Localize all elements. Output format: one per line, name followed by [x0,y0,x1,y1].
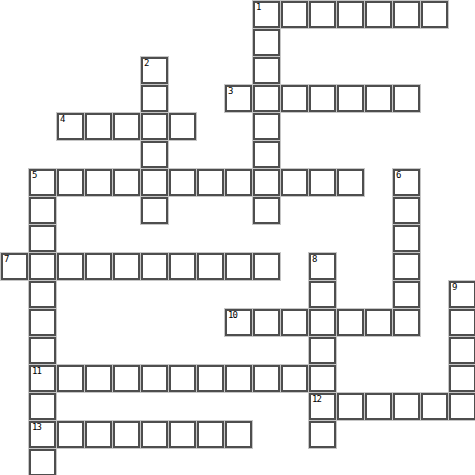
crossword-cell[interactable] [141,141,168,168]
clue-number: 8 [312,254,316,265]
crossword-cell[interactable] [365,309,392,336]
clue-number: 6 [396,170,400,181]
crossword-cell[interactable] [141,169,168,196]
crossword-cell[interactable] [169,253,196,280]
crossword-cell[interactable]: 2 [141,57,168,84]
clue-number: 1 [256,2,260,13]
crossword-cell[interactable] [253,197,280,224]
clue-number: 3 [228,86,232,97]
crossword-cell[interactable] [393,197,420,224]
crossword-cell[interactable] [421,393,448,420]
crossword-cell[interactable] [309,337,336,364]
crossword-cell[interactable] [309,309,336,336]
crossword-cell[interactable] [57,365,84,392]
crossword-cell[interactable] [225,169,252,196]
crossword-cell[interactable]: 13 [29,421,56,448]
crossword-cell[interactable] [337,309,364,336]
crossword-cell[interactable] [309,281,336,308]
crossword-cell[interactable] [141,365,168,392]
crossword-cell[interactable] [29,281,56,308]
crossword-cell[interactable] [141,253,168,280]
clue-number: 2 [144,58,148,69]
crossword-cell[interactable] [281,365,308,392]
crossword-cell[interactable] [253,309,280,336]
crossword-cell[interactable] [85,113,112,140]
crossword-cell[interactable] [365,1,392,28]
crossword-cell[interactable] [281,169,308,196]
crossword-cell[interactable] [281,85,308,112]
crossword-cell[interactable] [141,197,168,224]
crossword-cell[interactable] [169,421,196,448]
crossword-cell[interactable] [393,225,420,252]
crossword-cell[interactable] [309,169,336,196]
crossword-cell[interactable] [197,421,224,448]
crossword-cell[interactable] [393,281,420,308]
crossword-cell[interactable] [113,253,140,280]
crossword-cell[interactable]: 5 [29,169,56,196]
crossword-cell[interactable] [85,421,112,448]
crossword-cell[interactable]: 10 [225,309,252,336]
crossword-cell[interactable] [113,365,140,392]
crossword-cell[interactable] [309,85,336,112]
crossword-cell[interactable] [225,365,252,392]
crossword-cell[interactable] [29,309,56,336]
crossword-cell[interactable] [253,113,280,140]
crossword-cell[interactable] [309,421,336,448]
crossword-cell[interactable] [449,309,475,336]
crossword-cell[interactable] [113,421,140,448]
crossword-cell[interactable] [365,85,392,112]
crossword-cell[interactable] [169,365,196,392]
crossword-cell[interactable] [393,393,420,420]
crossword-cell[interactable] [141,421,168,448]
crossword-cell[interactable] [29,337,56,364]
crossword-cell[interactable] [197,169,224,196]
clue-number: 11 [32,366,41,377]
clue-number: 9 [452,282,456,293]
crossword-cell[interactable] [141,113,168,140]
crossword-cell[interactable] [253,57,280,84]
crossword-cell[interactable] [253,141,280,168]
crossword-cell[interactable] [141,85,168,112]
clue-number: 12 [312,394,321,405]
crossword-cell[interactable] [57,169,84,196]
crossword-cell[interactable] [169,113,196,140]
crossword-cell[interactable] [253,29,280,56]
crossword-cell[interactable] [197,253,224,280]
crossword-cell[interactable]: 4 [57,113,84,140]
clue-number: 7 [4,254,8,265]
crossword-cell[interactable] [225,253,252,280]
crossword-cell[interactable] [225,421,252,448]
crossword-cell[interactable] [85,169,112,196]
crossword-cell[interactable] [393,85,420,112]
crossword-cell[interactable]: 1 [253,1,280,28]
crossword-cell[interactable] [393,309,420,336]
crossword-cell[interactable] [113,113,140,140]
crossword-cell[interactable] [281,309,308,336]
crossword-cell[interactable] [29,225,56,252]
crossword-cell[interactable] [253,365,280,392]
clue-number: 4 [60,114,64,125]
crossword-cell[interactable] [449,337,475,364]
crossword-cell[interactable] [169,169,196,196]
crossword-cell[interactable] [113,169,140,196]
crossword-cell[interactable] [29,197,56,224]
crossword-cell[interactable] [253,85,280,112]
crossword-cell[interactable]: 6 [393,169,420,196]
crossword-cell[interactable] [337,169,364,196]
crossword-cell[interactable] [393,1,420,28]
crossword-cell[interactable] [365,393,392,420]
crossword-cell[interactable]: 12 [309,393,336,420]
clue-number: 13 [32,422,41,433]
crossword-cell[interactable]: 7 [1,253,28,280]
crossword-cell[interactable] [57,253,84,280]
crossword-cell[interactable] [337,1,364,28]
crossword-cell[interactable] [29,393,56,420]
crossword-cell[interactable] [309,365,336,392]
crossword-grid: 12345678910111213 [0,0,475,475]
crossword-cell[interactable] [29,253,56,280]
crossword-cell[interactable] [337,393,364,420]
crossword-cell[interactable] [85,253,112,280]
crossword-cell[interactable] [253,169,280,196]
clue-number: 10 [228,310,237,321]
crossword-cell[interactable] [57,421,84,448]
crossword-cell[interactable] [337,85,364,112]
crossword-cell[interactable] [29,449,56,475]
crossword-cell[interactable] [85,365,112,392]
crossword-cell[interactable] [449,365,475,392]
crossword-cell[interactable] [197,365,224,392]
crossword-cell[interactable]: 9 [449,281,475,308]
crossword-cell[interactable]: 8 [309,253,336,280]
crossword-cell[interactable]: 11 [29,365,56,392]
crossword-cell[interactable] [421,1,448,28]
crossword-cell[interactable] [449,393,475,420]
crossword-cell[interactable] [253,253,280,280]
crossword-cell[interactable]: 3 [225,85,252,112]
clue-number: 5 [32,170,36,181]
crossword-cell[interactable] [309,1,336,28]
crossword-cell[interactable] [393,253,420,280]
crossword-cell[interactable] [281,1,308,28]
